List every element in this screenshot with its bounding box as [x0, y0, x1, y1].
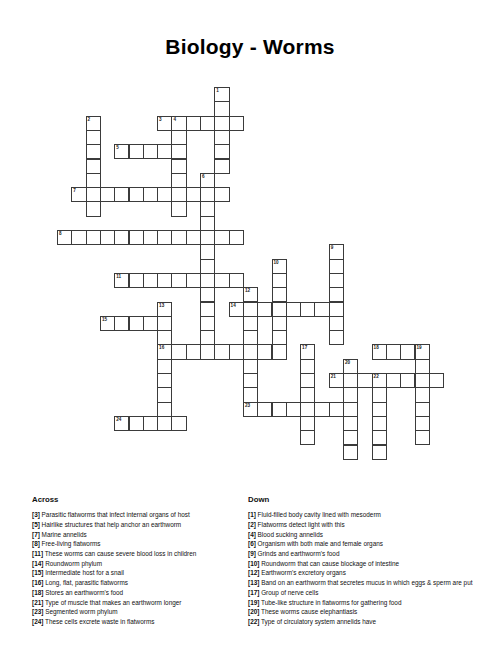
- clue-number: [14]: [32, 560, 43, 567]
- grid-cell[interactable]: [214, 187, 229, 202]
- grid-cell[interactable]: [415, 387, 430, 402]
- grid-cell[interactable]: [229, 273, 244, 288]
- grid-cell[interactable]: [114, 316, 129, 331]
- clue-item: [10] Roundworm that can cause blockage o…: [248, 559, 478, 569]
- grid-cell[interactable]: 20: [343, 359, 358, 374]
- grid-cell[interactable]: [286, 302, 301, 317]
- grid-cell[interactable]: 21: [329, 373, 344, 388]
- clue-item: [6] Organism with both male and female o…: [248, 539, 478, 549]
- clue-item: [2] Flatworms detect light with this: [248, 520, 478, 530]
- clue-number: [17]: [248, 589, 259, 596]
- grid-cell[interactable]: [171, 144, 186, 159]
- grid-cell[interactable]: [272, 273, 287, 288]
- clue-item: [16] Long, flat, parasitic flatworms: [32, 578, 242, 588]
- crossword-grid: 123456789101112131415161718192021222324: [57, 87, 444, 460]
- page-title: Biology - Worms: [0, 35, 500, 59]
- grid-cell[interactable]: [257, 344, 272, 359]
- clue-item: [23] Segmented worm phylum: [32, 607, 242, 617]
- clue-item: [21] Type of muscle that makes an earthw…: [32, 598, 242, 608]
- grid-cell[interactable]: [243, 330, 258, 345]
- grid-cell[interactable]: [300, 373, 315, 388]
- grid-cell[interactable]: [129, 273, 144, 288]
- clue-number: [24]: [32, 618, 43, 625]
- grid-cell[interactable]: [143, 416, 158, 431]
- grid-cell[interactable]: [129, 187, 144, 202]
- grid-cell[interactable]: 7: [71, 187, 86, 202]
- grid-cell[interactable]: [200, 244, 215, 259]
- clue-number: [4]: [248, 531, 256, 538]
- grid-cell[interactable]: [229, 230, 244, 245]
- grid-cell[interactable]: [257, 402, 272, 417]
- grid-cell[interactable]: [129, 316, 144, 331]
- grid-cell[interactable]: [214, 144, 229, 159]
- grid-cell[interactable]: [200, 216, 215, 231]
- across-header: Across: [32, 495, 242, 505]
- grid-cell[interactable]: [86, 173, 101, 188]
- grid-cell[interactable]: [372, 402, 387, 417]
- cell-number: 10: [274, 260, 279, 265]
- across-clues: Across [3] Parasitic flatworms that infe…: [32, 495, 242, 627]
- grid-cell[interactable]: [186, 187, 201, 202]
- clue-number: [23]: [32, 608, 43, 615]
- cell-number: 21: [331, 374, 336, 379]
- down-header: Down: [248, 495, 478, 505]
- grid-cell[interactable]: [100, 187, 115, 202]
- grid-cell[interactable]: [400, 373, 415, 388]
- grid-cell[interactable]: [329, 330, 344, 345]
- cell-number: 17: [302, 345, 307, 350]
- grid-cell[interactable]: [415, 359, 430, 374]
- grid-cell[interactable]: [229, 344, 244, 359]
- clue-item: [22] Type of circulatory system annelids…: [248, 617, 478, 627]
- grid-cell[interactable]: [157, 359, 172, 374]
- clue-number: [6]: [248, 540, 256, 547]
- grid-cell[interactable]: [272, 287, 287, 302]
- clue-number: [22]: [248, 618, 259, 625]
- grid-cell[interactable]: [214, 273, 229, 288]
- grid-cell[interactable]: 19: [415, 344, 430, 359]
- grid-cell[interactable]: 24: [114, 416, 129, 431]
- grid-cell[interactable]: [415, 416, 430, 431]
- clue-number: [12]: [248, 569, 259, 576]
- grid-cell[interactable]: [343, 373, 358, 388]
- clue-item: [3] Parasitic flatworms that infect inte…: [32, 510, 242, 520]
- cell-number: 18: [374, 345, 379, 350]
- clue-number: [15]: [32, 569, 43, 576]
- grid-cell[interactable]: [157, 387, 172, 402]
- grid-cell[interactable]: [415, 402, 430, 417]
- grid-cell[interactable]: [143, 273, 158, 288]
- clue-number: [21]: [32, 599, 43, 606]
- cell-number: 19: [417, 345, 422, 350]
- clue-number: [13]: [248, 579, 259, 586]
- grid-cell[interactable]: [272, 302, 287, 317]
- grid-cell[interactable]: [286, 402, 301, 417]
- grid-cell[interactable]: [86, 130, 101, 145]
- grid-cell[interactable]: [200, 259, 215, 274]
- grid-cell[interactable]: [86, 201, 101, 216]
- grid-cell[interactable]: [200, 116, 215, 131]
- cell-number: 16: [159, 345, 164, 350]
- grid-cell[interactable]: [300, 359, 315, 374]
- grid-cell[interactable]: [272, 402, 287, 417]
- clue-item: [18] Stores an earthworm's food: [32, 588, 242, 598]
- grid-cell[interactable]: [200, 230, 215, 245]
- clue-number: [5]: [32, 521, 40, 528]
- grid-cell[interactable]: [157, 187, 172, 202]
- clue-number: [10]: [248, 560, 259, 567]
- grid-cell[interactable]: [186, 230, 201, 245]
- grid-cell[interactable]: [143, 230, 158, 245]
- grid-cell[interactable]: [372, 416, 387, 431]
- grid-cell[interactable]: [171, 273, 186, 288]
- grid-cell[interactable]: 5: [114, 144, 129, 159]
- cell-number: 7: [73, 188, 76, 193]
- grid-cell[interactable]: [200, 201, 215, 216]
- grid-cell[interactable]: [243, 373, 258, 388]
- clue-item: [15] Intermediate host for a snail: [32, 568, 242, 578]
- grid-cell[interactable]: 11: [114, 273, 129, 288]
- down-clues: Down [1] Fluid-filled body cavity lined …: [248, 495, 478, 627]
- grid-cell[interactable]: [329, 287, 344, 302]
- grid-cell[interactable]: [386, 373, 401, 388]
- grid-cell[interactable]: [186, 344, 201, 359]
- grid-cell[interactable]: [329, 402, 344, 417]
- grid-cell[interactable]: 17: [300, 344, 315, 359]
- grid-cell[interactable]: [343, 416, 358, 431]
- grid-cell[interactable]: [272, 344, 287, 359]
- grid-cell[interactable]: [157, 230, 172, 245]
- grid-cell[interactable]: [214, 344, 229, 359]
- cell-number: 22: [374, 374, 379, 379]
- grid-cell[interactable]: 4: [171, 116, 186, 131]
- grid-cell[interactable]: 22: [372, 373, 387, 388]
- grid-cell[interactable]: [429, 373, 444, 388]
- grid-cell[interactable]: [214, 230, 229, 245]
- grid-cell[interactable]: [243, 344, 258, 359]
- grid-cell[interactable]: [200, 330, 215, 345]
- cell-number: 2: [88, 117, 91, 122]
- cell-number: 1: [216, 88, 219, 93]
- cell-number: 6: [202, 174, 205, 179]
- grid-cell[interactable]: [200, 344, 215, 359]
- grid-cell[interactable]: [300, 402, 315, 417]
- grid-cell[interactable]: 8: [57, 230, 72, 245]
- grid-cell[interactable]: [171, 416, 186, 431]
- clue-item: [7] Marine annelids: [32, 530, 242, 540]
- grid-cell[interactable]: [114, 187, 129, 202]
- grid-cell[interactable]: [400, 344, 415, 359]
- grid-cell[interactable]: [372, 430, 387, 445]
- grid-cell[interactable]: [129, 230, 144, 245]
- grid-cell[interactable]: [157, 416, 172, 431]
- grid-cell[interactable]: [86, 187, 101, 202]
- grid-cell[interactable]: 6: [200, 173, 215, 188]
- cell-number: 15: [102, 317, 107, 322]
- cell-number: 8: [59, 231, 62, 236]
- grid-cell[interactable]: [171, 201, 186, 216]
- clue-item: [11] These worms can cause severe blood …: [32, 549, 242, 559]
- grid-cell[interactable]: [157, 373, 172, 388]
- clue-item: [4] Blood sucking annelids: [248, 530, 478, 540]
- cell-number: 11: [116, 274, 121, 279]
- grid-cell[interactable]: [214, 116, 229, 131]
- grid-cell[interactable]: [214, 101, 229, 116]
- grid-cell[interactable]: [86, 144, 101, 159]
- grid-cell[interactable]: [129, 144, 144, 159]
- grid-cell[interactable]: [200, 187, 215, 202]
- cell-number: 4: [173, 117, 176, 122]
- clue-number: [8]: [32, 540, 40, 547]
- grid-cell[interactable]: [129, 416, 144, 431]
- clue-number: [16]: [32, 579, 43, 586]
- grid-cell[interactable]: [200, 287, 215, 302]
- clue-item: [14] Roundworm phylum: [32, 559, 242, 569]
- grid-cell[interactable]: 9: [329, 244, 344, 259]
- grid-cell[interactable]: 14: [229, 302, 244, 317]
- grid-cell[interactable]: [243, 359, 258, 374]
- grid-cell[interactable]: 15: [100, 316, 115, 331]
- grid-cell[interactable]: [229, 116, 244, 131]
- clue-number: [18]: [32, 589, 43, 596]
- clue-number: [7]: [32, 531, 40, 538]
- grid-cell[interactable]: 18: [372, 344, 387, 359]
- grid-cell[interactable]: [157, 144, 172, 159]
- cell-number: 24: [116, 417, 121, 422]
- grid-cell[interactable]: [171, 159, 186, 174]
- grid-cell[interactable]: 12: [243, 287, 258, 302]
- clue-item: [13] Band on an earthworm that secretes …: [248, 578, 478, 588]
- clue-item: [17] Group of nerve cells: [248, 588, 478, 598]
- grid-cell[interactable]: [343, 387, 358, 402]
- cell-number: 23: [245, 403, 250, 408]
- clue-number: [2]: [248, 521, 256, 528]
- grid-cell[interactable]: [357, 373, 372, 388]
- grid-cell[interactable]: 13: [157, 302, 172, 317]
- grid-cell[interactable]: [186, 273, 201, 288]
- grid-cell[interactable]: [272, 316, 287, 331]
- grid-cell[interactable]: 23: [243, 402, 258, 417]
- grid-cell[interactable]: [86, 159, 101, 174]
- grid-cell[interactable]: [415, 430, 430, 445]
- grid-cell[interactable]: [157, 330, 172, 345]
- clue-item: [1] Fluid-filled body cavity lined with …: [248, 510, 478, 520]
- clue-number: [3]: [32, 511, 40, 518]
- grid-cell[interactable]: 10: [272, 259, 287, 274]
- grid-cell[interactable]: [243, 316, 258, 331]
- grid-cell[interactable]: [157, 402, 172, 417]
- cell-number: 9: [331, 245, 334, 250]
- grid-cell[interactable]: 16: [157, 344, 172, 359]
- grid-cell[interactable]: [86, 230, 101, 245]
- grid-cell[interactable]: [372, 445, 387, 460]
- grid-cell[interactable]: [157, 316, 172, 331]
- cell-number: 5: [116, 145, 119, 150]
- grid-cell[interactable]: [214, 159, 229, 174]
- grid-cell[interactable]: [272, 330, 287, 345]
- grid-cell[interactable]: [257, 302, 272, 317]
- clue-item: [8] Free-living flatworms: [32, 539, 242, 549]
- clue-item: [19] Tube-like structure in flatworms fo…: [248, 598, 478, 608]
- clue-number: [19]: [248, 599, 259, 606]
- grid-cell[interactable]: [100, 230, 115, 245]
- grid-cell[interactable]: [300, 302, 315, 317]
- grid-cell[interactable]: [300, 416, 315, 431]
- cell-number: 13: [159, 303, 164, 308]
- grid-cell[interactable]: 1: [214, 87, 229, 102]
- grid-cell[interactable]: [300, 430, 315, 445]
- grid-cell[interactable]: [143, 316, 158, 331]
- grid-cell[interactable]: [329, 302, 344, 317]
- grid-cell[interactable]: [300, 387, 315, 402]
- clue-item: [9] Grinds and earthworm's food: [248, 549, 478, 559]
- grid-cell[interactable]: [329, 316, 344, 331]
- grid-cell[interactable]: [243, 387, 258, 402]
- clue-number: [9]: [248, 550, 256, 557]
- clue-item: [12] Earthworm's excretory organs: [248, 568, 478, 578]
- grid-cell[interactable]: [200, 316, 215, 331]
- grid-cell[interactable]: [157, 273, 172, 288]
- grid-cell[interactable]: [171, 130, 186, 145]
- grid-cell[interactable]: [143, 187, 158, 202]
- grid-cell[interactable]: 2: [86, 116, 101, 131]
- grid-cell[interactable]: [372, 387, 387, 402]
- grid-cell[interactable]: [171, 344, 186, 359]
- grid-cell[interactable]: [343, 402, 358, 417]
- clue-number: [20]: [248, 608, 259, 615]
- grid-cell[interactable]: [171, 187, 186, 202]
- grid-cell[interactable]: [171, 173, 186, 188]
- grid-cell[interactable]: [71, 230, 86, 245]
- grid-cell[interactable]: [186, 116, 201, 131]
- cell-number: 3: [159, 117, 162, 122]
- grid-cell[interactable]: [214, 130, 229, 145]
- grid-cell[interactable]: [329, 273, 344, 288]
- grid-cell[interactable]: [200, 302, 215, 317]
- cell-number: 20: [345, 360, 350, 365]
- grid-cell[interactable]: 3: [157, 116, 172, 131]
- clue-number: [11]: [32, 550, 43, 557]
- grid-cell[interactable]: [171, 230, 186, 245]
- grid-cell[interactable]: [386, 344, 401, 359]
- grid-cell[interactable]: [243, 302, 258, 317]
- grid-cell[interactable]: [415, 373, 430, 388]
- grid-cell[interactable]: [343, 430, 358, 445]
- grid-cell[interactable]: [143, 144, 158, 159]
- clue-item: [24] These cells excrete waste in flatwo…: [32, 617, 242, 627]
- grid-cell[interactable]: [200, 273, 215, 288]
- clue-number: [1]: [248, 511, 256, 518]
- clue-item: [5] Hairlike structures that help anchor…: [32, 520, 242, 530]
- down-clue-list: [1] Fluid-filled body cavity lined with …: [248, 510, 478, 626]
- grid-cell[interactable]: [314, 402, 329, 417]
- grid-cell[interactable]: [114, 230, 129, 245]
- grid-cell[interactable]: [314, 302, 329, 317]
- across-clue-list: [3] Parasitic flatworms that infect inte…: [32, 510, 242, 626]
- grid-cell[interactable]: [329, 259, 344, 274]
- clue-item: [20] These worms cause elephantiasis: [248, 607, 478, 617]
- cell-number: 14: [231, 303, 236, 308]
- cell-number: 12: [245, 288, 250, 293]
- grid-cell[interactable]: [343, 445, 358, 460]
